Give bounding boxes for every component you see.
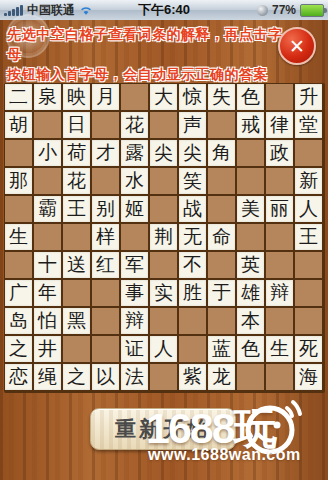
grid-cell[interactable]: 事	[121, 280, 148, 306]
grid-cell[interactable]: 角	[208, 140, 235, 166]
battery-icon	[300, 4, 324, 17]
grid-cell-blocked	[92, 280, 119, 306]
grid-cell-blocked	[295, 308, 322, 334]
status-bar: 中国联通 下午6:40 77%	[0, 0, 328, 20]
grid-cell[interactable]: 色	[237, 84, 264, 110]
grid-cell[interactable]: 尖	[150, 140, 177, 166]
grid-cell[interactable]: 恋	[5, 364, 32, 390]
grid-cell[interactable]: 无	[179, 224, 206, 250]
grid-cell[interactable]: 黑	[63, 308, 90, 334]
grid-cell[interactable]: 胡	[5, 112, 32, 138]
grid-cell[interactable]: 声	[179, 112, 206, 138]
grid-cell[interactable]: 送	[63, 252, 90, 278]
grid-cell[interactable]: 律	[266, 112, 293, 138]
grid-cell-blocked	[237, 168, 264, 194]
grid-cell[interactable]: 花	[121, 112, 148, 138]
grid-cell[interactable]: 尖	[179, 140, 206, 166]
grid-cell[interactable]: 本	[237, 308, 264, 334]
grid-cell[interactable]: 十	[34, 252, 61, 278]
grid-cell-blocked	[266, 252, 293, 278]
grid-cell[interactable]: 于	[208, 280, 235, 306]
grid-cell[interactable]: 红	[92, 252, 119, 278]
grid-cell[interactable]: 笑	[179, 168, 206, 194]
grid-cell-blocked	[208, 252, 235, 278]
grid-cell[interactable]: 露	[121, 140, 148, 166]
grid-cell[interactable]: 大	[150, 84, 177, 110]
grid-cell-blocked	[150, 196, 177, 222]
watermark-url-text: www.1688wan.com	[148, 446, 301, 464]
grid-cell-blocked	[150, 168, 177, 194]
grid-cell[interactable]: 之	[5, 336, 32, 362]
grid-cell[interactable]: 二	[5, 84, 32, 110]
grid-cell-blocked	[34, 168, 61, 194]
grid-cell[interactable]: 日	[63, 112, 90, 138]
grid-cell-blocked	[63, 280, 90, 306]
grid-cell[interactable]: 水	[121, 168, 148, 194]
grid-cell[interactable]: 荆	[150, 224, 177, 250]
grid-cell[interactable]: 新	[295, 168, 322, 194]
grid-cell-blocked	[266, 84, 293, 110]
grid-cell-blocked	[92, 168, 119, 194]
crossword-board: 二泉映月大惊失色升胡日花声戒律堂小荷才露尖尖角政那花水笑新霸王别姬战美丽人生样荆…	[4, 83, 325, 393]
grid-cell[interactable]: 丽	[266, 196, 293, 222]
grid-cell[interactable]: 年	[34, 280, 61, 306]
grid-cell-blocked	[266, 224, 293, 250]
grid-cell-blocked	[266, 308, 293, 334]
grid-cell[interactable]: 政	[266, 140, 293, 166]
grid-cell[interactable]: 荷	[63, 140, 90, 166]
grid-cell[interactable]: 生	[266, 336, 293, 362]
grid-cell[interactable]: 证	[121, 336, 148, 362]
grid-cell-blocked	[92, 308, 119, 334]
instruction-line-1: 先选中空白格子查看词条的解释，再点击字母	[7, 24, 287, 64]
grid-cell[interactable]: 王	[63, 196, 90, 222]
grid-cell-blocked	[179, 308, 206, 334]
grid-cell[interactable]: 映	[63, 84, 90, 110]
grid-cell[interactable]: 月	[92, 84, 119, 110]
close-button[interactable]: ✕	[278, 27, 316, 65]
grid-cell[interactable]: 戒	[237, 112, 264, 138]
grid-cell[interactable]: 小	[34, 140, 61, 166]
grid-cell[interactable]: 井	[34, 336, 61, 362]
grid-cell-blocked	[295, 140, 322, 166]
grid-cell[interactable]: 辩	[266, 280, 293, 306]
grid-cell[interactable]: 蓝	[208, 336, 235, 362]
grid-cell[interactable]: 王	[295, 224, 322, 250]
grid-cell[interactable]: 广	[5, 280, 32, 306]
grid-cell-blocked	[266, 364, 293, 390]
grid-cell-blocked	[34, 112, 61, 138]
grid-cell-blocked	[92, 112, 119, 138]
grid-cell-blocked	[121, 224, 148, 250]
grid-cell[interactable]: 姬	[121, 196, 148, 222]
instruction-text: 先选中空白格子查看词条的解释，再点击字母 按钮输入首字母，会自动显示正确的答案	[7, 24, 287, 84]
grid-cell[interactable]: 之	[63, 364, 90, 390]
grid-cell-blocked	[150, 308, 177, 334]
grid-cell-blocked	[92, 336, 119, 362]
grid-cell[interactable]: 怕	[34, 308, 61, 334]
grid-cell[interactable]: 海	[295, 364, 322, 390]
grid-cell[interactable]: 死	[295, 336, 322, 362]
grid-cell[interactable]: 失	[208, 84, 235, 110]
close-icon: ✕	[289, 35, 305, 58]
grid-cell-blocked	[5, 140, 32, 166]
grid-cell[interactable]: 辩	[121, 308, 148, 334]
grid-cell[interactable]: 样	[92, 224, 119, 250]
grid-cell[interactable]: 那	[5, 168, 32, 194]
lock-icon	[257, 5, 268, 16]
grid-cell[interactable]: 花	[63, 168, 90, 194]
grid-cell[interactable]: 泉	[34, 84, 61, 110]
grid-cell-blocked	[150, 112, 177, 138]
grid-cell[interactable]: 以	[92, 364, 119, 390]
grid-cell-blocked	[179, 336, 206, 362]
grid-cell[interactable]: 人	[150, 336, 177, 362]
grid-cell-blocked	[150, 252, 177, 278]
grid-cell-blocked	[295, 280, 322, 306]
grid-cell[interactable]: 英	[237, 252, 264, 278]
grid-cell[interactable]: 实	[150, 280, 177, 306]
grid-cell-blocked	[208, 168, 235, 194]
grid-cell-blocked	[208, 112, 235, 138]
grid-cell[interactable]: 色	[237, 336, 264, 362]
grid-cell[interactable]: 美	[237, 196, 264, 222]
grid-cell-blocked	[295, 252, 322, 278]
grid-cell-blocked	[121, 84, 148, 110]
grid-cell-blocked	[208, 196, 235, 222]
grid-cell[interactable]: 堂	[295, 112, 322, 138]
grid-cell[interactable]: 法	[121, 364, 148, 390]
grid-cell[interactable]: 霸	[34, 196, 61, 222]
grid-cell[interactable]: 不	[179, 252, 206, 278]
grid-cell-blocked	[63, 224, 90, 250]
grid-cell[interactable]: 升	[295, 84, 322, 110]
grid-cell-blocked	[5, 196, 32, 222]
grid-cell[interactable]: 绳	[34, 364, 61, 390]
clock-label: 下午6:40	[0, 1, 328, 19]
instruction-line-2: 按钮输入首字母，会自动显示正确的答案	[7, 64, 287, 84]
grid-cell-blocked	[150, 364, 177, 390]
grid-cell-blocked	[266, 168, 293, 194]
grid-cell[interactable]: 胜	[179, 280, 206, 306]
grid-cell-blocked	[237, 364, 264, 390]
grid-cell[interactable]: 龙	[208, 364, 235, 390]
grid-cell[interactable]: 惊	[179, 84, 206, 110]
grid-cell[interactable]: 才	[92, 140, 119, 166]
grid-cell-blocked	[237, 140, 264, 166]
grid-cell-blocked	[208, 308, 235, 334]
grid-cell[interactable]: 军	[121, 252, 148, 278]
grid-cell[interactable]: 雄	[237, 280, 264, 306]
grid-cell[interactable]: 紫	[179, 364, 206, 390]
grid-cell[interactable]: 生	[5, 224, 32, 250]
grid-cell[interactable]: 别	[92, 196, 119, 222]
grid-cell-blocked	[237, 224, 264, 250]
grid-cell[interactable]: 岛	[5, 308, 32, 334]
grid-cell[interactable]: 战	[179, 196, 206, 222]
grid-cell-blocked	[5, 252, 32, 278]
grid-cell[interactable]: 人	[295, 196, 322, 222]
grid-cell-blocked	[34, 224, 61, 250]
grid-cell-blocked	[63, 336, 90, 362]
grid-cell[interactable]: 命	[208, 224, 235, 250]
